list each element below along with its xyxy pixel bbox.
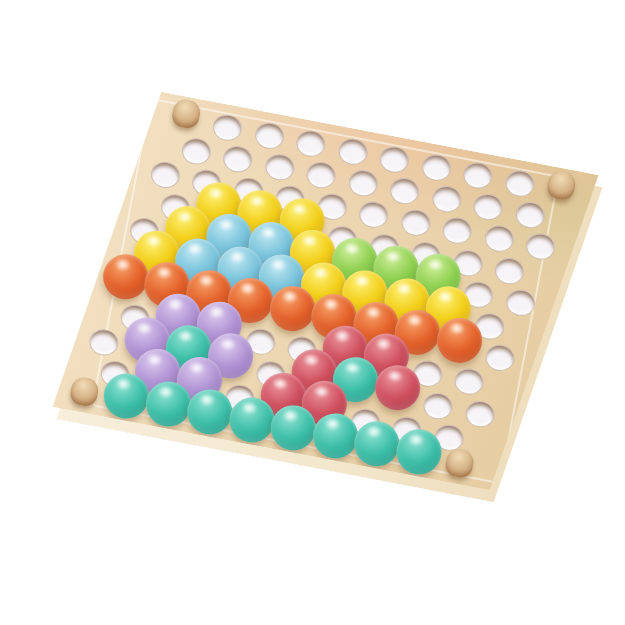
bead-highlight: [156, 383, 175, 399]
empty-hole: [421, 390, 454, 421]
empty-hole: [441, 216, 474, 247]
empty-hole: [463, 398, 496, 429]
bead-highlight: [113, 256, 132, 272]
bead-highlight: [176, 328, 195, 344]
bead-highlight: [323, 415, 342, 431]
corner-peg: [170, 97, 202, 130]
peg-board: [52, 83, 598, 500]
bead-highlight: [300, 233, 319, 249]
bead-highlight: [270, 375, 289, 391]
empty-hole: [472, 192, 505, 223]
bead-highlight: [206, 185, 225, 201]
bead-highlight: [301, 352, 320, 368]
bead-highlight: [175, 209, 194, 225]
empty-hole: [503, 168, 536, 199]
empty-hole: [336, 136, 369, 167]
bead-highlight: [281, 407, 300, 423]
empty-hole: [378, 144, 411, 175]
bead-highlight: [280, 288, 299, 304]
empty-hole: [461, 160, 494, 191]
bead-highlight: [384, 248, 403, 264]
photo-stage: [0, 0, 625, 625]
empty-hole: [149, 160, 182, 191]
bead-highlight: [197, 391, 216, 407]
empty-hole: [87, 327, 120, 358]
bead-highlight: [374, 336, 393, 352]
corner-peg: [68, 375, 100, 408]
empty-hole: [514, 200, 547, 231]
corner-peg: [546, 169, 578, 202]
bead-highlight: [312, 383, 331, 399]
empty-hole: [419, 152, 452, 183]
bead-highlight: [395, 280, 414, 296]
bead-highlight: [165, 296, 184, 312]
empty-hole: [483, 224, 516, 255]
bead-highlight: [239, 399, 258, 415]
bead-highlight: [218, 336, 237, 352]
bead-highlight: [228, 248, 247, 264]
empty-hole: [430, 184, 463, 215]
empty-hole: [493, 255, 526, 286]
empty-hole: [388, 176, 421, 207]
empty-hole: [504, 287, 537, 318]
bead-highlight: [207, 304, 226, 320]
bead-highlight: [217, 217, 236, 233]
bead-highlight: [342, 240, 361, 256]
empty-hole: [399, 208, 432, 239]
bead-highlight: [343, 360, 362, 376]
bead-highlight: [332, 328, 351, 344]
empty-hole: [221, 144, 254, 175]
bead-highlight: [363, 304, 382, 320]
bead-highlight: [134, 320, 153, 336]
empty-hole: [484, 343, 517, 374]
bead-highlight: [269, 256, 288, 272]
empty-hole: [452, 366, 485, 397]
empty-hole: [294, 128, 327, 159]
bead-highlight: [238, 280, 257, 296]
bead-highlight: [353, 272, 372, 288]
bead-highlight: [311, 264, 330, 280]
bead-highlight: [364, 423, 383, 439]
empty-hole: [252, 120, 285, 151]
bead-highlight: [406, 431, 425, 447]
bead-highlight: [196, 272, 215, 288]
empty-hole: [524, 231, 557, 262]
bead-highlight: [186, 240, 205, 256]
bead-highlight: [447, 320, 466, 336]
empty-hole: [347, 168, 380, 199]
empty-hole: [180, 136, 213, 167]
bead-highlight: [259, 225, 278, 241]
bead-highlight: [405, 312, 424, 328]
bead-highlight: [145, 352, 164, 368]
bead-highlight: [248, 193, 267, 209]
bead-highlight: [322, 296, 341, 312]
empty-hole: [211, 112, 244, 143]
bead-highlight: [114, 375, 133, 391]
bead-highlight: [155, 264, 174, 280]
empty-hole: [305, 160, 338, 191]
bead-highlight: [385, 368, 404, 384]
bead-highlight: [426, 256, 445, 272]
bead-highlight: [144, 232, 163, 248]
empty-hole: [263, 152, 296, 183]
corner-peg: [444, 446, 476, 479]
bead-highlight: [187, 359, 206, 375]
bead-highlight: [436, 288, 455, 304]
bead-highlight: [290, 201, 309, 217]
empty-hole: [357, 200, 390, 231]
